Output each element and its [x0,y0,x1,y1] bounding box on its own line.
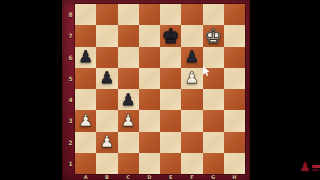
square-b6[interactable] [96,47,117,68]
square-a2[interactable] [75,132,96,153]
square-b1[interactable] [96,153,117,174]
square-h2[interactable] [224,132,245,153]
square-c2[interactable] [118,132,139,153]
square-e4[interactable] [160,89,181,110]
square-b2[interactable]: ♟ [96,132,117,153]
square-f2[interactable] [181,132,202,153]
square-a4[interactable] [75,89,96,110]
white-pawn-f5[interactable]: ♟ [185,70,199,86]
square-a8[interactable] [75,4,96,25]
chess-board[interactable]: ♚♚♟♟♟♟♟♟♟♟ [74,3,246,175]
square-d4[interactable] [139,89,160,110]
square-f6[interactable]: ♟ [181,47,202,68]
square-d5[interactable] [139,68,160,89]
chess-board-frame: 87654321 abcdefgh ♚♚♟♟♟♟♟♟♟♟ [62,0,250,180]
logo-text-line-1 [312,165,320,168]
square-e7[interactable]: ♚ [160,25,181,46]
square-e3[interactable] [160,110,181,131]
square-a5[interactable] [75,68,96,89]
square-d7[interactable] [139,25,160,46]
square-g4[interactable] [203,89,224,110]
square-b5[interactable]: ♟ [96,68,117,89]
square-f4[interactable] [181,89,202,110]
square-f3[interactable] [181,110,202,131]
square-g3[interactable] [203,110,224,131]
square-h5[interactable] [224,68,245,89]
square-g1[interactable] [203,153,224,174]
square-e6[interactable] [160,47,181,68]
square-g7[interactable]: ♚ [203,25,224,46]
square-b8[interactable] [96,4,117,25]
white-pawn-a3[interactable]: ♟ [78,112,92,128]
square-h6[interactable] [224,47,245,68]
black-pawn-c4[interactable]: ♟ [121,91,135,107]
white-pawn-b2[interactable]: ♟ [100,134,114,150]
logo-text-marks [312,165,320,171]
square-d2[interactable] [139,132,160,153]
square-e1[interactable] [160,153,181,174]
square-a3[interactable]: ♟ [75,110,96,131]
square-f1[interactable] [181,153,202,174]
square-d1[interactable] [139,153,160,174]
square-b3[interactable] [96,110,117,131]
channel-logo: ♟ [299,160,319,176]
square-h4[interactable] [224,89,245,110]
square-c3[interactable]: ♟ [118,110,139,131]
square-f5[interactable]: ♟ [181,68,202,89]
square-e2[interactable] [160,132,181,153]
square-h7[interactable] [224,25,245,46]
square-c8[interactable] [118,4,139,25]
square-b4[interactable] [96,89,117,110]
square-c4[interactable]: ♟ [118,89,139,110]
square-c5[interactable] [118,68,139,89]
square-d3[interactable] [139,110,160,131]
black-pawn-a6[interactable]: ♟ [78,49,92,65]
square-g6[interactable] [203,47,224,68]
square-a6[interactable]: ♟ [75,47,96,68]
square-g8[interactable] [203,4,224,25]
square-h1[interactable] [224,153,245,174]
video-frame: 87654321 abcdefgh ♚♚♟♟♟♟♟♟♟♟ ♟ [0,0,320,180]
white-pawn-c3[interactable]: ♟ [121,112,135,128]
square-e8[interactable] [160,4,181,25]
black-king-e7[interactable]: ♚ [162,25,180,45]
square-e5[interactable] [160,68,181,89]
black-pawn-f6[interactable]: ♟ [185,49,199,65]
square-c1[interactable] [118,153,139,174]
square-h8[interactable] [224,4,245,25]
logo-text-line-2 [312,169,319,171]
square-f7[interactable] [181,25,202,46]
square-d6[interactable] [139,47,160,68]
square-c6[interactable] [118,47,139,68]
logo-chess-piece-icon: ♟ [299,160,311,173]
square-b7[interactable] [96,25,117,46]
square-g2[interactable] [203,132,224,153]
square-a7[interactable] [75,25,96,46]
square-h3[interactable] [224,110,245,131]
square-a1[interactable] [75,153,96,174]
black-pawn-b5[interactable]: ♟ [100,70,114,86]
white-king-g7[interactable]: ♚ [204,25,222,45]
square-f8[interactable] [181,4,202,25]
square-c7[interactable] [118,25,139,46]
square-d8[interactable] [139,4,160,25]
